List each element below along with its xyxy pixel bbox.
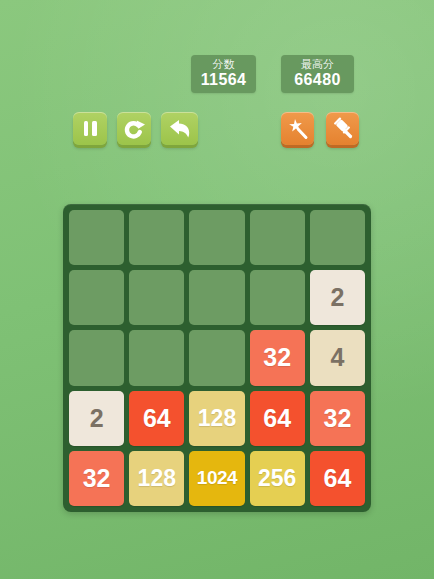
empty-cell	[189, 270, 244, 325]
tile-32: 32	[250, 330, 305, 385]
magic-wand-button[interactable]	[281, 112, 314, 145]
empty-cell	[310, 210, 365, 265]
empty-cell	[250, 270, 305, 325]
tile-1024: 1024	[189, 451, 244, 506]
tile-128: 128	[189, 391, 244, 446]
pause-icon	[84, 121, 97, 136]
best-score-box: 最高分 66480	[281, 55, 354, 93]
tile-2: 2	[69, 391, 124, 446]
score-value: 11564	[201, 71, 247, 89]
score-box: 分数 11564	[191, 55, 256, 93]
empty-cell	[69, 210, 124, 265]
tile-32: 32	[310, 391, 365, 446]
game-screen: { "game": "2048 (5x5 variant)", "positio…	[0, 0, 434, 579]
restart-icon	[122, 117, 146, 141]
best-score-label: 最高分	[301, 58, 334, 71]
game-board[interactable]: 2324264128643232128102425664	[63, 204, 371, 512]
empty-cell	[189, 210, 244, 265]
tile-4: 4	[310, 330, 365, 385]
undo-button[interactable]	[161, 112, 198, 145]
tile-64: 64	[250, 391, 305, 446]
undo-icon	[167, 117, 193, 141]
pause-button[interactable]	[73, 112, 107, 145]
tile-64: 64	[310, 451, 365, 506]
tile-128: 128	[129, 451, 184, 506]
empty-cell	[189, 330, 244, 385]
magic-wand-icon	[286, 117, 310, 141]
tile-64: 64	[129, 391, 184, 446]
empty-cell	[129, 330, 184, 385]
hammer-icon	[331, 117, 355, 141]
empty-cell	[129, 210, 184, 265]
empty-cell	[129, 270, 184, 325]
tile-256: 256	[250, 451, 305, 506]
best-score-value: 66480	[294, 71, 341, 89]
restart-button[interactable]	[117, 112, 151, 145]
empty-cell	[250, 210, 305, 265]
tile-32: 32	[69, 451, 124, 506]
tile-2: 2	[310, 270, 365, 325]
empty-cell	[69, 270, 124, 325]
empty-cell	[69, 330, 124, 385]
score-label: 分数	[213, 58, 235, 71]
hammer-button[interactable]	[326, 112, 359, 145]
